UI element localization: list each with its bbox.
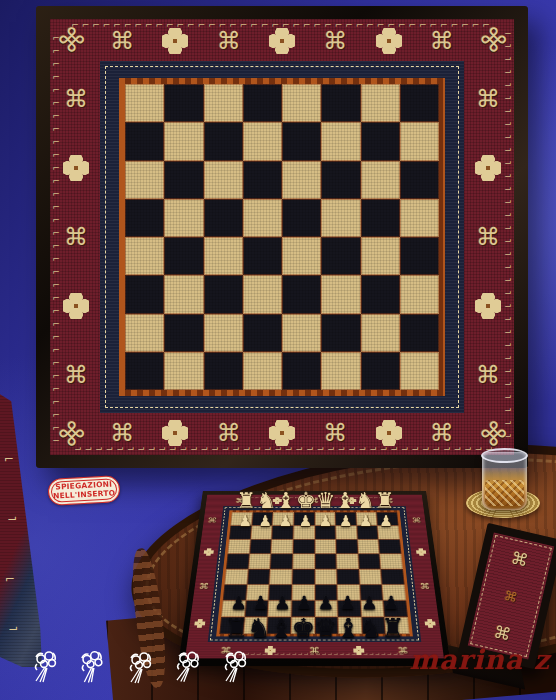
checker-square: [272, 526, 294, 540]
checker-square: [268, 600, 292, 617]
checker-square: [400, 352, 439, 390]
flower-posy-icon: [172, 649, 202, 688]
flower-posy-icon: [77, 649, 108, 689]
checker-square: [357, 540, 379, 554]
tabletop-needlepoint-chessboard: ⌐⌐⌐⌐⌐⌐⌐⌐⌐⌐⌐⌐⌐⌐⌐⌐⌐⌐⌐⌐⌐⌐⌐⌐⌐⌐⌐⌐⌐⌐ ⌐⌐⌐⌐⌐⌐⌐⌐⌐…: [178, 491, 451, 666]
flower-posy-icon: [127, 651, 154, 688]
copper-stitch-border: [216, 510, 413, 636]
celtic-knot-icon: ⌘: [64, 363, 88, 387]
checker-square: [125, 314, 164, 352]
checker-square: [383, 600, 408, 617]
greek-key-icon: ⌐: [5, 573, 15, 585]
checker-square: [204, 199, 243, 237]
flower-posy-icon: [222, 650, 249, 687]
magazine-photo-page: ⌐⌐⌐⌐⌐⌐⌐⌐⌐⌐⌐⌐⌐⌐⌐⌐⌐⌐⌐⌐⌐⌐⌐⌐⌐⌐⌐⌐⌐⌐⌐⌐⌐⌐⌐⌐⌐⌐⌐⌐…: [0, 0, 556, 700]
checker-square: [400, 161, 439, 199]
checker-square: [321, 237, 360, 275]
checker-square: [321, 275, 360, 313]
chain-link-icon: ⌘: [503, 588, 519, 604]
checker-square: [293, 512, 314, 525]
checker-square: [338, 617, 362, 634]
checker-square: [400, 314, 439, 352]
checker-square: [315, 554, 337, 569]
greek-key-icon: ⌐: [7, 513, 17, 525]
checker-square: [291, 600, 314, 617]
checker-square: [360, 600, 384, 617]
navy-inner-field: [100, 61, 464, 413]
checker-square: [164, 237, 203, 275]
checker-square: [336, 540, 358, 554]
quatrefoil-flower-icon: [415, 548, 426, 555]
checker-square: [204, 237, 243, 275]
quatrefoil-flower-icon: [265, 646, 276, 655]
quatrefoil-flower-icon: [475, 155, 501, 181]
wall-checkerboard: [125, 84, 439, 390]
flower-posy-icon: [32, 650, 59, 687]
checker-square: [321, 122, 360, 160]
checker-square: [315, 600, 338, 617]
checker-square: [380, 554, 403, 569]
celtic-knot-icon: ⌘: [309, 646, 320, 655]
board-needlepoint-border: ⌐⌐⌐⌐⌐⌐⌐⌐⌐⌐⌐⌐⌐⌐⌐⌐⌐⌐⌐⌐⌐⌐⌐⌐⌐⌐⌐⌐⌐⌐ ⌐⌐⌐⌐⌐⌐⌐⌐⌐…: [185, 495, 444, 659]
checker-square: [164, 84, 203, 122]
checker-square: [361, 161, 400, 199]
checker-square: [125, 122, 164, 160]
checker-square: [361, 199, 400, 237]
checker-square: [272, 512, 293, 525]
quatrefoil-flower-icon: [376, 28, 402, 54]
checker-square: [204, 84, 243, 122]
quatrefoil-flower-icon: [162, 28, 188, 54]
checker-square: [250, 526, 272, 540]
checker-square: [270, 554, 293, 569]
checker-square: [335, 512, 356, 525]
copper-stitch-border: [119, 78, 445, 396]
checker-square: [315, 540, 337, 554]
checker-square: [382, 584, 406, 600]
checker-square: [204, 122, 243, 160]
picture-frame: ⌐⌐⌐⌐⌐⌐⌐⌐⌐⌐⌐⌐⌐⌐⌐⌐⌐⌐⌐⌐⌐⌐⌐⌐⌐⌐⌐⌐⌐⌐⌐⌐⌐⌐⌐⌐⌐⌐⌐⌐…: [36, 6, 528, 468]
quatrefoil-flower-icon: [269, 420, 295, 446]
checker-square: [361, 122, 400, 160]
checker-square: [357, 526, 379, 540]
celtic-knot-icon: ⌘: [64, 87, 88, 111]
checker-square: [125, 237, 164, 275]
celtic-knot-icon: ⌘: [430, 421, 454, 445]
checker-square: [221, 600, 246, 617]
checker-square: [293, 540, 315, 554]
checker-square: [377, 512, 399, 525]
checker-square: [282, 275, 321, 313]
checker-square: [164, 199, 203, 237]
checker-square: [291, 617, 315, 634]
checker-square: [292, 569, 315, 584]
quatrefoil-flower-icon: [203, 548, 214, 555]
checker-square: [244, 600, 268, 617]
checker-square: [164, 122, 203, 160]
checker-square: [282, 84, 321, 122]
checker-square: [315, 569, 338, 584]
checker-square: [379, 540, 402, 554]
checker-square: [125, 161, 164, 199]
celtic-knot-icon: ⌘: [217, 29, 241, 53]
quatrefoil-flower-icon: [63, 155, 89, 181]
checker-square: [243, 199, 282, 237]
checker-square: [243, 237, 282, 275]
checker-square: [243, 275, 282, 313]
needlepoint-border: ⌐⌐⌐⌐⌐⌐⌐⌐⌐⌐⌐⌐⌐⌐⌐⌐⌐⌐⌐⌐⌐⌐⌐⌐⌐⌐⌐⌐⌐⌐⌐⌐⌐⌐⌐⌐⌐⌐⌐⌐…: [50, 19, 514, 455]
celtic-knot-icon: ⌘: [419, 582, 430, 590]
quatrefoil-flower-icon: [162, 420, 188, 446]
checker-square: [385, 617, 410, 634]
checker-square: [224, 569, 248, 584]
checker-square: [248, 554, 271, 569]
greek-key-icon: ⌐: [4, 453, 14, 465]
checker-square: [282, 161, 321, 199]
checker-square: [249, 540, 271, 554]
checker-square: [223, 584, 247, 600]
celtic-knot-icon: ⌘: [207, 517, 217, 524]
celtic-knot-icon: ⌘: [323, 29, 347, 53]
celtic-knot-icon: ⌘: [476, 87, 500, 111]
checker-square: [282, 199, 321, 237]
checker-square: [243, 617, 268, 634]
checker-square: [337, 600, 361, 617]
quatrefoil-flower-icon: [193, 619, 205, 628]
checker-square: [400, 84, 439, 122]
checker-square: [230, 512, 252, 525]
framed-needlepoint-chessboard: ⌐⌐⌐⌐⌐⌐⌐⌐⌐⌐⌐⌐⌐⌐⌐⌐⌐⌐⌐⌐⌐⌐⌐⌐⌐⌐⌐⌐⌐⌐⌐⌐⌐⌐⌐⌐⌐⌐⌐⌐…: [36, 6, 528, 468]
checker-square: [229, 526, 251, 540]
checker-square: [315, 617, 339, 634]
checker-square: [336, 526, 358, 540]
checker-square: [321, 352, 360, 390]
checker-square: [125, 352, 164, 390]
checker-square: [271, 540, 293, 554]
checker-square: [227, 540, 250, 554]
checker-square: [337, 569, 360, 584]
checker-square: [361, 314, 400, 352]
celtic-knot-icon: ⌘: [397, 646, 409, 655]
quatrefoil-flower-icon: [63, 293, 89, 319]
checker-square: [321, 161, 360, 199]
quatrefoil-flower-icon: [475, 293, 501, 319]
checker-square: [361, 275, 400, 313]
checker-square: [282, 237, 321, 275]
checker-square: [125, 199, 164, 237]
celtic-knot-icon: ⌘: [476, 225, 500, 249]
checker-square: [358, 554, 381, 569]
checker-square: [226, 554, 249, 569]
checker-square: [356, 512, 378, 525]
checker-square: [164, 161, 203, 199]
celtic-knot-icon: ⌘: [110, 29, 134, 53]
checker-square: [321, 84, 360, 122]
checker-square: [293, 526, 314, 540]
celtic-knot-icon: ⌘: [53, 22, 90, 59]
celtic-knot-icon: ⌘: [475, 416, 512, 453]
checker-square: [125, 275, 164, 313]
quatrefoil-flower-icon: [376, 420, 402, 446]
checker-square: [378, 526, 400, 540]
checker-square: [219, 617, 244, 634]
checker-square: [292, 584, 315, 600]
greek-key-icon: ⌐: [8, 623, 18, 635]
celtic-knot-icon: ⌘: [475, 22, 512, 59]
checker-square: [400, 237, 439, 275]
checker-square: [400, 275, 439, 313]
checker-square: [292, 554, 314, 569]
badge-text-line2: NELL'INSERTO: [49, 489, 119, 501]
quatrefoil-flower-icon: [353, 646, 364, 655]
celtic-knot-icon: ⌘: [235, 497, 245, 503]
checker-square: [204, 161, 243, 199]
checker-square: [282, 314, 321, 352]
celtic-knot-icon: ⌘: [110, 421, 134, 445]
celtic-knot-icon: ⌘: [198, 582, 209, 590]
checker-square: [315, 584, 338, 600]
explanation-badge: SPIEGAZIONI NELL'INSERTO: [47, 475, 120, 506]
quatrefoil-flower-icon: [347, 497, 356, 503]
checker-square: [243, 352, 282, 390]
quatrefoil-flower-icon: [269, 28, 295, 54]
checker-square: [361, 84, 400, 122]
celtic-knot-icon: ⌘: [430, 29, 454, 53]
checker-square: [204, 314, 243, 352]
celtic-knot-icon: ⌘: [323, 421, 347, 445]
checker-square: [321, 199, 360, 237]
checker-square: [204, 275, 243, 313]
checker-square: [246, 584, 270, 600]
checker-square: [282, 352, 321, 390]
checker-square: [400, 199, 439, 237]
checker-square: [243, 122, 282, 160]
board-wood-edge: ⌐⌐⌐⌐⌐⌐⌐⌐⌐⌐⌐⌐⌐⌐⌐⌐⌐⌐⌐⌐⌐⌐⌐⌐⌐⌐⌐⌐⌐⌐ ⌐⌐⌐⌐⌐⌐⌐⌐⌐…: [178, 491, 451, 666]
checker-square: [243, 84, 282, 122]
checker-square: [251, 512, 273, 525]
checker-square: [247, 569, 270, 584]
checker-square: [164, 352, 203, 390]
celtic-knot-icon: ⌘: [384, 497, 394, 503]
checker-square: [361, 237, 400, 275]
checker-square: [361, 617, 386, 634]
checker-square: [315, 512, 336, 525]
celtic-knot-icon: ⌘: [53, 416, 90, 453]
whisky-glass: [482, 452, 527, 510]
checker-square: [400, 122, 439, 160]
checker-square: [359, 569, 382, 584]
checker-square: [282, 122, 321, 160]
checker-square: [269, 569, 292, 584]
celtic-knot-icon: ⌘: [64, 225, 88, 249]
celtic-knot-icon: ⌘: [412, 517, 422, 524]
celtic-knot-icon: ⌘: [509, 549, 529, 569]
celtic-knot-icon: ⌘: [310, 497, 319, 503]
watermark-signature: marina z: [410, 644, 550, 675]
checker-square: [125, 84, 164, 122]
checker-square: [243, 314, 282, 352]
checker-square: [337, 584, 360, 600]
celtic-knot-icon: ⌘: [492, 623, 512, 643]
quatrefoil-flower-icon: [273, 497, 282, 503]
table-checkerboard: [219, 512, 409, 634]
checker-square: [267, 617, 291, 634]
checker-square: [269, 584, 292, 600]
checker-square: [321, 314, 360, 352]
checker-square: [204, 352, 243, 390]
celtic-knot-icon: ⌘: [217, 421, 241, 445]
checker-square: [360, 584, 384, 600]
navy-inner-field: [208, 506, 422, 642]
checker-square: [243, 161, 282, 199]
checker-square: [315, 526, 336, 540]
checker-square: [164, 314, 203, 352]
celtic-knot-icon: ⌘: [476, 363, 500, 387]
checker-square: [164, 275, 203, 313]
quatrefoil-flower-icon: [424, 619, 436, 628]
checker-square: [361, 352, 400, 390]
checker-square: [381, 569, 405, 584]
checker-square: [336, 554, 359, 569]
